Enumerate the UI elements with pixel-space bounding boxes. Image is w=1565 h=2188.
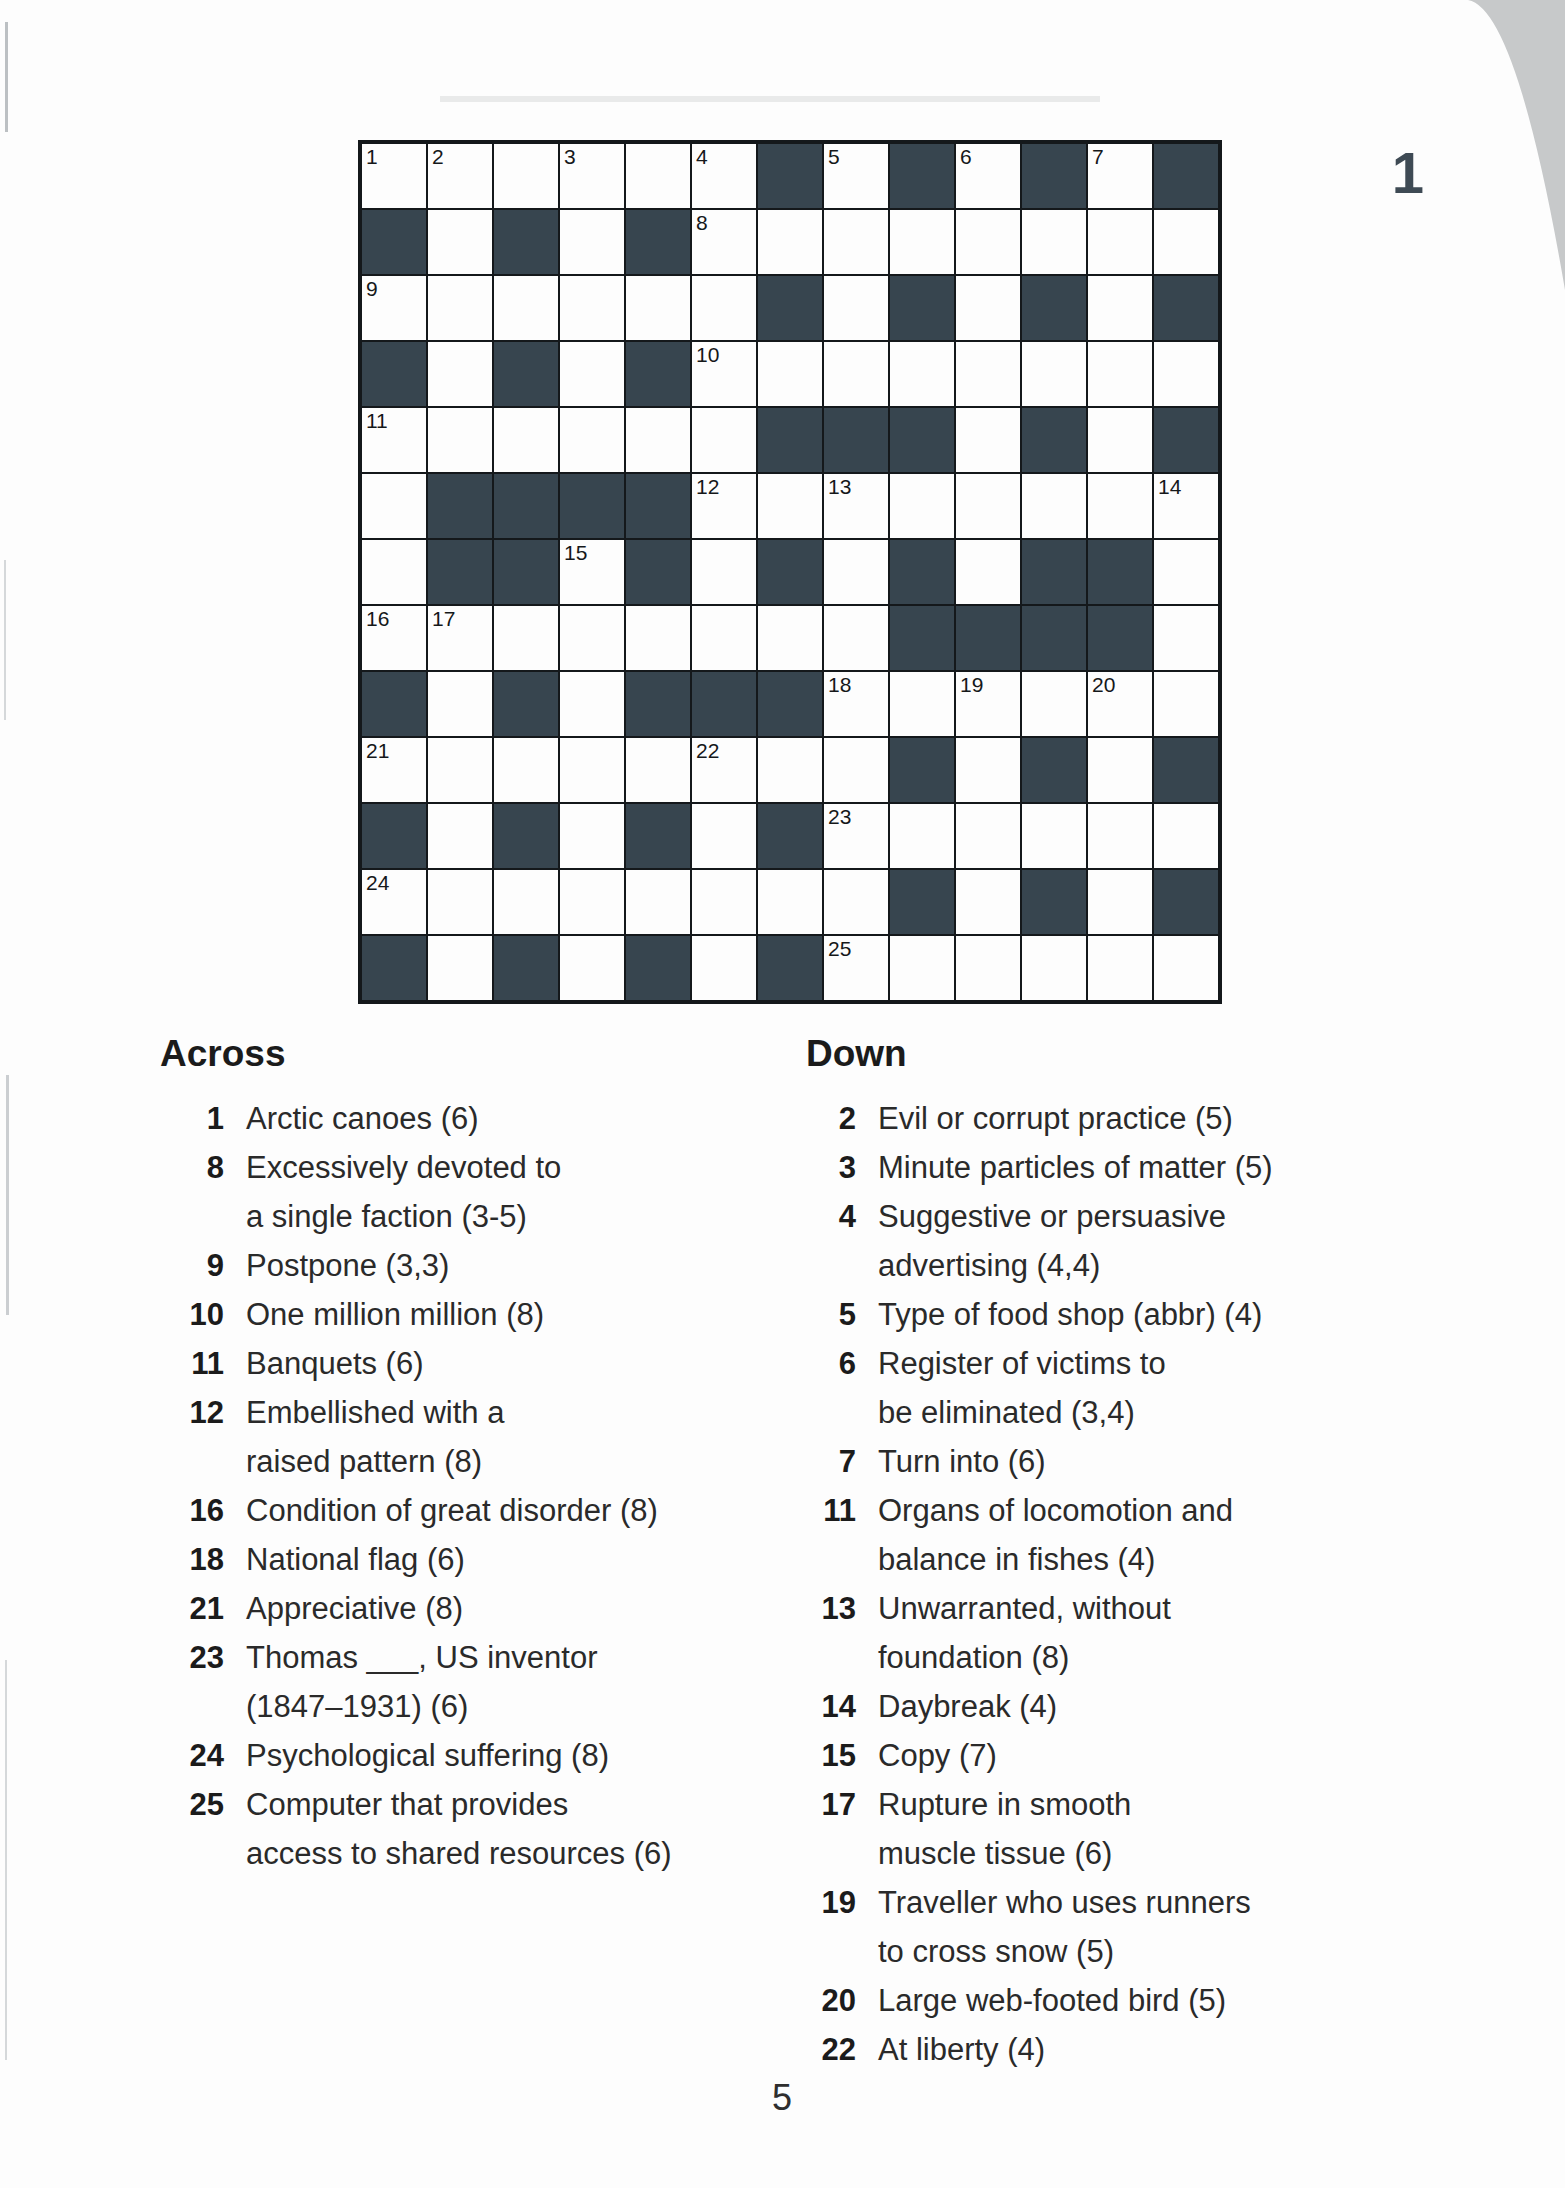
clue-number: 23 [160,1633,224,1682]
white-cell[interactable] [824,870,888,934]
white-cell[interactable] [824,738,888,802]
black-cell [626,540,690,604]
white-cell[interactable] [428,408,492,472]
across-clue-25: 25Computer that provides access to share… [160,1780,800,1878]
black-cell [626,342,690,406]
clue-text: Register of victims to be eliminated (3,… [878,1339,1166,1437]
scan-artifact [5,1660,7,2060]
white-cell[interactable] [1088,408,1152,472]
cell-number: 23 [828,805,851,829]
clue-text: Type of food shop (abbr) (4) [878,1290,1262,1339]
black-cell [692,672,756,736]
cell-number: 9 [366,277,378,301]
across-clue-24: 24Psychological suffering (8) [160,1731,800,1780]
crossword-grid: 1234567891011121314151617181920212223242… [358,140,1222,1004]
white-cell[interactable]: 23 [824,804,888,868]
white-cell[interactable] [1022,342,1086,406]
across-clue-12: 12Embellished with a raised pattern (8) [160,1388,800,1486]
black-cell [626,474,690,538]
clue-text: Appreciative (8) [246,1584,463,1633]
white-cell[interactable] [1154,210,1218,274]
black-cell [560,474,624,538]
white-cell[interactable] [626,870,690,934]
white-cell[interactable]: 5 [824,144,888,208]
down-clue-11: 11Organs of locomotion and balance in fi… [806,1486,1466,1584]
white-cell[interactable] [1022,210,1086,274]
clue-text: Psychological suffering (8) [246,1731,609,1780]
white-cell[interactable] [626,144,690,208]
white-cell[interactable] [1088,738,1152,802]
down-heading: Down [806,1032,1466,1076]
black-cell [428,540,492,604]
cell-number: 2 [432,145,444,169]
white-cell[interactable] [1088,342,1152,406]
black-cell [890,540,954,604]
white-cell[interactable] [956,804,1020,868]
black-cell [1022,606,1086,670]
white-cell[interactable] [1022,936,1086,1000]
clue-text: Organs of locomotion and balance in fish… [878,1486,1233,1584]
clue-number: 24 [160,1731,224,1780]
clue-text: Embellished with a raised pattern (8) [246,1388,504,1486]
white-cell[interactable] [758,474,822,538]
white-cell[interactable] [626,738,690,802]
clue-text: Evil or corrupt practice (5) [878,1094,1233,1143]
clue-number: 13 [806,1584,856,1633]
white-cell[interactable] [1088,474,1152,538]
down-clue-13: 13Unwarranted, without foundation (8) [806,1584,1466,1682]
cell-number: 7 [1092,145,1104,169]
clue-number: 19 [806,1878,856,1927]
white-cell[interactable] [362,474,426,538]
corner-curl-shape [1468,0,1565,290]
down-clue-15: 15Copy (7) [806,1731,1466,1780]
black-cell [626,210,690,274]
clue-text: Unwarranted, without foundation (8) [878,1584,1171,1682]
across-clue-10: 10One million million (8) [160,1290,800,1339]
white-cell[interactable] [428,738,492,802]
cell-number: 10 [696,343,719,367]
white-cell[interactable] [956,738,1020,802]
down-clue-3: 3Minute particles of matter (5) [806,1143,1466,1192]
clue-text: Condition of great disorder (8) [246,1486,658,1535]
cell-number: 19 [960,673,983,697]
clue-number: 10 [160,1290,224,1339]
black-cell [890,144,954,208]
white-cell[interactable] [626,606,690,670]
clue-text: Traveller who uses runners to cross snow… [878,1878,1251,1976]
black-cell [362,672,426,736]
white-cell[interactable] [560,870,624,934]
clue-text: One million million (8) [246,1290,544,1339]
white-cell[interactable]: 22 [692,738,756,802]
white-cell[interactable] [560,738,624,802]
clue-text: Daybreak (4) [878,1682,1057,1731]
white-cell[interactable]: 10 [692,342,756,406]
white-cell[interactable] [362,540,426,604]
white-cell[interactable]: 6 [956,144,1020,208]
white-cell[interactable] [956,276,1020,340]
white-cell[interactable] [560,936,624,1000]
white-cell[interactable] [824,342,888,406]
black-cell [626,672,690,736]
cell-number: 22 [696,739,719,763]
across-clues-section: Across 1Arctic canoes (6)8Excessively de… [160,1032,800,1878]
black-cell [1022,540,1086,604]
white-cell[interactable] [428,804,492,868]
black-cell [956,606,1020,670]
white-cell[interactable]: 1 [362,144,426,208]
clue-text: At liberty (4) [878,2025,1045,2074]
white-cell[interactable] [956,474,1020,538]
clue-text: Arctic canoes (6) [246,1094,479,1143]
white-cell[interactable] [956,540,1020,604]
black-cell [1022,870,1086,934]
black-cell [428,474,492,538]
white-cell[interactable] [494,276,558,340]
down-clue-20: 20Large web-footed bird (5) [806,1976,1466,2025]
clue-text: Minute particles of matter (5) [878,1143,1273,1192]
clue-text: Turn into (6) [878,1437,1046,1486]
black-cell [362,804,426,868]
clue-text: Computer that provides access to shared … [246,1780,672,1878]
white-cell[interactable] [956,408,1020,472]
black-cell [362,342,426,406]
clue-number: 5 [806,1290,856,1339]
black-cell [1154,144,1218,208]
clue-number: 8 [160,1143,224,1192]
white-cell[interactable] [560,606,624,670]
clue-text: Rupture in smooth muscle tissue (6) [878,1780,1131,1878]
black-cell [1088,606,1152,670]
white-cell[interactable] [824,210,888,274]
white-cell[interactable] [692,276,756,340]
white-cell[interactable] [1154,540,1218,604]
white-cell[interactable] [824,606,888,670]
black-cell [890,870,954,934]
down-clue-2: 2Evil or corrupt practice (5) [806,1094,1466,1143]
white-cell[interactable] [428,672,492,736]
black-cell [494,804,558,868]
white-cell[interactable] [1154,342,1218,406]
black-cell [758,540,822,604]
clue-number: 12 [160,1388,224,1437]
black-cell [1154,408,1218,472]
cell-number: 8 [696,211,708,235]
cell-number: 16 [366,607,389,631]
white-cell[interactable] [560,804,624,868]
down-clue-6: 6Register of victims to be eliminated (3… [806,1339,1466,1437]
white-cell[interactable]: 8 [692,210,756,274]
black-cell [494,936,558,1000]
clue-number: 3 [806,1143,856,1192]
scan-artifact [4,560,6,720]
cell-number: 21 [366,739,389,763]
white-cell[interactable]: 18 [824,672,888,736]
white-cell[interactable]: 21 [362,738,426,802]
down-clue-14: 14Daybreak (4) [806,1682,1466,1731]
white-cell[interactable] [758,738,822,802]
cell-number: 3 [564,145,576,169]
black-cell [1154,870,1218,934]
clue-number: 6 [806,1339,856,1388]
cell-number: 1 [366,145,378,169]
clue-number: 15 [806,1731,856,1780]
scan-shadow [440,96,1100,102]
puzzle-number: 1 [1378,142,1438,204]
white-cell[interactable] [1088,210,1152,274]
white-cell[interactable]: 14 [1154,474,1218,538]
white-cell[interactable]: 16 [362,606,426,670]
across-clue-18: 18National flag (6) [160,1535,800,1584]
down-clue-list: 2Evil or corrupt practice (5)3Minute par… [806,1094,1466,2074]
black-cell [1154,276,1218,340]
white-cell[interactable]: 24 [362,870,426,934]
clue-text: Suggestive or persuasive advertising (4,… [878,1192,1226,1290]
white-cell[interactable] [1154,804,1218,868]
cell-number: 20 [1092,673,1115,697]
white-cell[interactable] [956,936,1020,1000]
black-cell [494,540,558,604]
white-cell[interactable] [428,210,492,274]
clue-text: Postpone (3,3) [246,1241,449,1290]
white-cell[interactable] [494,606,558,670]
white-cell[interactable] [1088,936,1152,1000]
white-cell[interactable] [1088,870,1152,934]
black-cell [1022,144,1086,208]
across-heading: Across [160,1032,800,1076]
clue-number: 14 [806,1682,856,1731]
black-cell [1022,738,1086,802]
white-cell[interactable] [1088,276,1152,340]
white-cell[interactable]: 11 [362,408,426,472]
clue-number: 1 [160,1094,224,1143]
white-cell[interactable]: 2 [428,144,492,208]
white-cell[interactable] [560,672,624,736]
white-cell[interactable]: 15 [560,540,624,604]
white-cell[interactable]: 19 [956,672,1020,736]
white-cell[interactable]: 7 [1088,144,1152,208]
white-cell[interactable] [890,210,954,274]
white-cell[interactable] [692,540,756,604]
cell-number: 6 [960,145,972,169]
down-clue-5: 5Type of food shop (abbr) (4) [806,1290,1466,1339]
white-cell[interactable] [956,342,1020,406]
white-cell[interactable] [428,936,492,1000]
clue-text: Large web-footed bird (5) [878,1976,1226,2025]
cell-number: 24 [366,871,389,895]
clue-text: National flag (6) [246,1535,465,1584]
cell-number: 14 [1158,475,1181,499]
black-cell [362,936,426,1000]
white-cell[interactable]: 12 [692,474,756,538]
across-clue-8: 8Excessively devoted to a single faction… [160,1143,800,1241]
black-cell [1022,276,1086,340]
white-cell[interactable] [758,210,822,274]
clue-text: Excessively devoted to a single faction … [246,1143,561,1241]
white-cell[interactable]: 3 [560,144,624,208]
down-clue-4: 4Suggestive or persuasive advertising (4… [806,1192,1466,1290]
black-cell [758,144,822,208]
white-cell[interactable] [692,606,756,670]
white-cell[interactable] [1022,672,1086,736]
clue-number: 4 [806,1192,856,1241]
white-cell[interactable] [824,276,888,340]
white-cell[interactable] [758,342,822,406]
black-cell [494,210,558,274]
black-cell [626,936,690,1000]
white-cell[interactable]: 25 [824,936,888,1000]
black-cell [890,606,954,670]
across-clue-11: 11Banquets (6) [160,1339,800,1388]
white-cell[interactable]: 20 [1088,672,1152,736]
white-cell[interactable] [890,672,954,736]
across-clue-1: 1Arctic canoes (6) [160,1094,800,1143]
white-cell[interactable] [758,606,822,670]
white-cell[interactable] [494,144,558,208]
white-cell[interactable] [494,870,558,934]
cell-number: 18 [828,673,851,697]
white-cell[interactable] [692,870,756,934]
white-cell[interactable] [428,870,492,934]
black-cell [1154,738,1218,802]
white-cell[interactable]: 9 [362,276,426,340]
white-cell[interactable] [1154,936,1218,1000]
across-clue-16: 16Condition of great disorder (8) [160,1486,800,1535]
down-clue-17: 17Rupture in smooth muscle tissue (6) [806,1780,1466,1878]
cell-number: 12 [696,475,719,499]
white-cell[interactable] [890,474,954,538]
black-cell [494,342,558,406]
white-cell[interactable]: 4 [692,144,756,208]
white-cell[interactable] [1088,804,1152,868]
down-clues-section: Down 2Evil or corrupt practice (5)3Minut… [806,1032,1466,2074]
clue-number: 9 [160,1241,224,1290]
white-cell[interactable] [560,210,624,274]
down-clue-22: 22At liberty (4) [806,2025,1466,2074]
white-cell[interactable] [890,342,954,406]
cell-number: 11 [366,409,388,433]
across-clue-23: 23Thomas ___, US inventor (1847–1931) (6… [160,1633,800,1731]
clue-number: 18 [160,1535,224,1584]
clue-number: 11 [160,1339,224,1388]
black-cell [758,936,822,1000]
black-cell [1022,408,1086,472]
down-clue-7: 7Turn into (6) [806,1437,1466,1486]
black-cell [494,672,558,736]
clue-number: 25 [160,1780,224,1829]
white-cell[interactable] [1022,804,1086,868]
white-cell[interactable] [626,276,690,340]
white-cell[interactable] [692,408,756,472]
clue-number: 11 [806,1486,856,1535]
white-cell[interactable] [1022,474,1086,538]
white-cell[interactable] [428,276,492,340]
cell-number: 17 [432,607,455,631]
across-clue-list: 1Arctic canoes (6)8Excessively devoted t… [160,1094,800,1878]
white-cell[interactable] [890,804,954,868]
cell-number: 15 [564,541,587,565]
clue-text: Banquets (6) [246,1339,424,1388]
white-cell[interactable] [758,870,822,934]
clue-number: 7 [806,1437,856,1486]
down-clue-19: 19Traveller who uses runners to cross sn… [806,1878,1466,1976]
white-cell[interactable] [1154,672,1218,736]
black-cell [824,408,888,472]
black-cell [494,474,558,538]
page-number: 5 [742,2076,822,2120]
clue-text: Thomas ___, US inventor (1847–1931) (6) [246,1633,598,1731]
black-cell [890,408,954,472]
white-cell[interactable] [560,408,624,472]
black-cell [758,408,822,472]
white-cell[interactable] [1154,606,1218,670]
white-cell[interactable] [626,408,690,472]
white-cell[interactable] [494,738,558,802]
black-cell [890,738,954,802]
black-cell [758,804,822,868]
scan-artifact [6,1075,9,1315]
white-cell[interactable] [956,870,1020,934]
black-cell [758,276,822,340]
clue-text: Copy (7) [878,1731,997,1780]
cell-number: 4 [696,145,708,169]
cell-number: 5 [828,145,840,169]
white-cell[interactable] [428,342,492,406]
white-cell[interactable] [692,936,756,1000]
white-cell[interactable] [560,342,624,406]
black-cell [362,210,426,274]
white-cell[interactable]: 13 [824,474,888,538]
black-cell [626,804,690,868]
cell-number: 13 [828,475,851,499]
scan-artifact [5,22,8,132]
black-cell [758,672,822,736]
across-clue-9: 9Postpone (3,3) [160,1241,800,1290]
clue-number: 21 [160,1584,224,1633]
white-cell[interactable] [560,276,624,340]
white-cell[interactable] [890,936,954,1000]
across-clue-21: 21Appreciative (8) [160,1584,800,1633]
black-cell [890,276,954,340]
clue-number: 16 [160,1486,224,1535]
black-cell [1088,540,1152,604]
clue-number: 22 [806,2025,856,2074]
clue-number: 20 [806,1976,856,2025]
clue-number: 2 [806,1094,856,1143]
clue-number: 17 [806,1780,856,1829]
cell-number: 25 [828,937,851,961]
white-cell[interactable] [692,804,756,868]
white-cell[interactable] [494,408,558,472]
white-cell[interactable] [956,210,1020,274]
white-cell[interactable] [824,540,888,604]
white-cell[interactable]: 17 [428,606,492,670]
